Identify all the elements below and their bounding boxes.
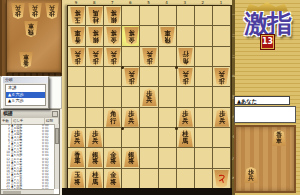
board-square-4b[interactable]: 飛車 bbox=[159, 26, 177, 46]
shogi-piece-銀将[interactable]: 銀将 bbox=[124, 149, 139, 167]
shogi-piece-飛車[interactable]: 飛車 bbox=[160, 27, 175, 45]
board-square-5f[interactable] bbox=[140, 108, 158, 128]
shogi-piece-角行[interactable]: 角行 bbox=[106, 109, 121, 127]
shogi-piece-金将[interactable]: 金将 bbox=[106, 27, 121, 45]
board-square-7e[interactable] bbox=[104, 87, 122, 107]
board-square-1d[interactable]: 歩兵 bbox=[213, 67, 231, 87]
shogi-piece-桂馬[interactable]: 桂馬 bbox=[88, 170, 103, 188]
board-square-2e[interactable] bbox=[195, 87, 213, 107]
shogi-piece-桂馬[interactable]: 桂馬 bbox=[178, 129, 193, 147]
board-square-1f[interactable]: 歩兵 bbox=[213, 108, 231, 128]
kifu-vscroll-thumb[interactable] bbox=[55, 128, 59, 144]
board-square-4e[interactable] bbox=[159, 87, 177, 107]
shogi-piece-歩兵[interactable]: 歩兵 bbox=[124, 68, 139, 86]
kifu-horizontal-scrollbar[interactable] bbox=[1, 189, 54, 194]
kifu-close-icon[interactable] bbox=[52, 111, 58, 117]
board-square-5h[interactable] bbox=[140, 148, 158, 168]
shogi-piece-歩兵[interactable]: 歩兵 bbox=[11, 3, 25, 19]
shogi-piece-歩兵[interactable]: 歩兵 bbox=[142, 88, 157, 106]
kifu-hscroll-thumb[interactable] bbox=[3, 191, 21, 194]
board-square-2b[interactable] bbox=[195, 26, 213, 46]
board-square-9e[interactable] bbox=[68, 87, 86, 107]
hoshi-dot bbox=[175, 127, 178, 130]
board-square-3a[interactable] bbox=[177, 6, 195, 26]
board-square-9b[interactable]: 香車 bbox=[68, 26, 86, 46]
shogi-piece-桂馬[interactable]: 桂馬 bbox=[88, 7, 103, 25]
logo-version-badge: 13 bbox=[260, 34, 275, 50]
board-square-1c[interactable] bbox=[213, 47, 231, 67]
board-square-8b[interactable]: 銀将 bbox=[86, 26, 104, 46]
shogi-app-window: 歩兵歩兵歩兵飛車香車 分岐 本譜▲６六歩▲５六歩 棋譜 手数 指し手 時間 1▲… bbox=[0, 0, 300, 195]
board-square-6c[interactable] bbox=[122, 47, 140, 67]
board-square-7b[interactable]: 金将 bbox=[104, 26, 122, 46]
board-square-2f[interactable] bbox=[195, 108, 213, 128]
shogi-piece-玉将[interactable]: 玉将 bbox=[70, 7, 85, 25]
board-square-3b[interactable] bbox=[177, 26, 195, 46]
board-square-9h[interactable]: 香車 bbox=[68, 148, 86, 168]
board-bottom-edge bbox=[62, 188, 232, 195]
board-square-8h[interactable]: 銀将 bbox=[86, 148, 104, 168]
shogi-piece-香車[interactable]: 香車 bbox=[19, 52, 33, 68]
board-square-4i[interactable] bbox=[159, 169, 177, 189]
board-square-1a[interactable] bbox=[213, 6, 231, 26]
shogi-piece-香車[interactable]: 香車 bbox=[70, 27, 85, 45]
board-square-4h[interactable] bbox=[159, 148, 177, 168]
gote-captured-tray: 歩兵歩兵歩兵飛車香車 bbox=[0, 0, 62, 76]
shogi-piece-歩兵[interactable]: 歩兵 bbox=[214, 68, 229, 86]
gekisashi-logo: 激指 13 bbox=[236, 2, 298, 62]
board-square-8a[interactable]: 桂馬 bbox=[86, 6, 104, 26]
board-square-2a[interactable] bbox=[195, 6, 213, 26]
shogi-piece-歩兵[interactable]: 歩兵 bbox=[178, 68, 193, 86]
board-square-2i[interactable] bbox=[195, 169, 213, 189]
board-area: 987654321 玉将桂馬銀将香車銀将金将金将飛車歩兵歩兵歩兵歩兵角行歩兵歩兵… bbox=[62, 0, 232, 195]
branch-dialog[interactable]: 分岐 本譜▲６六歩▲５六歩 bbox=[2, 76, 49, 109]
sente-player-label: ▲あなた bbox=[234, 96, 290, 105]
board-square-4g[interactable] bbox=[159, 128, 177, 148]
shogi-piece-歩兵[interactable]: 歩兵 bbox=[45, 3, 59, 19]
board-square-4c[interactable] bbox=[159, 47, 177, 67]
board-square-9i[interactable]: 玉将 bbox=[68, 169, 86, 189]
board-square-2c[interactable] bbox=[195, 47, 213, 67]
shogi-piece-歩兵[interactable]: 歩兵 bbox=[178, 109, 193, 127]
shogi-piece-玉将[interactable]: 玉将 bbox=[70, 170, 85, 188]
branch-dialog-item[interactable]: ▲５六歩 bbox=[6, 98, 45, 105]
board-square-4f[interactable] bbox=[159, 108, 177, 128]
logo-crown-icon bbox=[246, 2, 288, 11]
shogi-piece-銀将[interactable]: 銀将 bbox=[106, 7, 121, 25]
board-square-6d[interactable]: 歩兵 bbox=[122, 67, 140, 87]
board-square-3i[interactable] bbox=[177, 169, 195, 189]
shogi-piece-歩兵[interactable]: 歩兵 bbox=[106, 48, 121, 66]
board-square-1b[interactable] bbox=[213, 26, 231, 46]
kifu-title-text: 棋譜 bbox=[3, 111, 13, 116]
shogi-piece-歩兵[interactable]: 歩兵 bbox=[88, 129, 103, 147]
board-square-3d[interactable]: 歩兵 bbox=[177, 67, 195, 87]
shogi-piece-角行[interactable]: 角行 bbox=[178, 48, 193, 66]
board-square-5a[interactable] bbox=[140, 6, 158, 26]
board-square-7g[interactable] bbox=[104, 128, 122, 148]
left-column: 歩兵歩兵歩兵飛車香車 分岐 本譜▲６六歩▲５六歩 棋譜 手数 指し手 時間 1▲… bbox=[0, 0, 62, 195]
shogi-piece-香車[interactable]: 香車 bbox=[272, 130, 286, 146]
board-square-8e[interactable] bbox=[86, 87, 104, 107]
shogi-piece-と[interactable]: と bbox=[214, 170, 229, 188]
board-square-3h[interactable] bbox=[177, 148, 195, 168]
shogi-piece-歩兵[interactable]: 歩兵 bbox=[28, 3, 42, 19]
board-square-4a[interactable] bbox=[159, 6, 177, 26]
board-square-8g[interactable]: 歩兵 bbox=[86, 128, 104, 148]
board-square-6h[interactable]: 銀将 bbox=[122, 148, 140, 168]
board-square-3g[interactable]: 桂馬 bbox=[177, 128, 195, 148]
board-square-5i[interactable] bbox=[140, 169, 158, 189]
shogi-piece-歩兵[interactable]: 歩兵 bbox=[214, 109, 229, 127]
hoshi-dot bbox=[121, 127, 124, 130]
board-square-2g[interactable] bbox=[195, 128, 213, 148]
board-square-7h[interactable]: 金将 bbox=[104, 148, 122, 168]
shogi-piece-歩兵[interactable]: 歩兵 bbox=[244, 167, 258, 183]
board-square-8d[interactable] bbox=[86, 67, 104, 87]
board-square-9a[interactable]: 玉将 bbox=[68, 6, 86, 26]
sente-info-box bbox=[234, 106, 296, 123]
board-square-7a[interactable]: 銀将 bbox=[104, 6, 122, 26]
board-square-7f[interactable]: 角行 bbox=[104, 108, 122, 128]
kifu-window: 棋譜 手数 指し手 時間 1▲７六歩0:002△３四歩0:013▲２六歩0:00… bbox=[0, 109, 60, 195]
board-square-9f[interactable] bbox=[68, 108, 86, 128]
kifu-vertical-scrollbar[interactable] bbox=[54, 124, 59, 189]
board-square-6b[interactable]: 金将 bbox=[122, 26, 140, 46]
shogi-piece-飛車[interactable]: 飛車 bbox=[24, 21, 38, 37]
board-square-6g[interactable] bbox=[122, 128, 140, 148]
hoshi-dot bbox=[121, 66, 124, 69]
board-square-7i[interactable]: 金将 bbox=[104, 169, 122, 189]
shogi-piece-銀将[interactable]: 銀将 bbox=[88, 27, 103, 45]
rank-label-4: 四 bbox=[231, 74, 236, 78]
kifu-move-list[interactable]: 1▲７六歩0:002△３四歩0:013▲２六歩0:004△４四歩0:015▲４八… bbox=[1, 124, 54, 189]
hoshi-dot bbox=[175, 66, 178, 69]
gote-komadai-surface[interactable]: 歩兵歩兵歩兵飛車香車 bbox=[6, 0, 62, 73]
board-square-7c[interactable]: 歩兵 bbox=[104, 47, 122, 67]
board-square-7d[interactable] bbox=[104, 67, 122, 87]
board-square-4d[interactable] bbox=[159, 67, 177, 87]
shogi-piece-歩兵[interactable]: 歩兵 bbox=[88, 48, 103, 66]
board-square-1i[interactable]: と bbox=[213, 169, 231, 189]
board-square-6i[interactable] bbox=[122, 169, 140, 189]
board-square-8c[interactable]: 歩兵 bbox=[86, 47, 104, 67]
analysis-panel-divider bbox=[49, 77, 50, 108]
board-square-2d[interactable] bbox=[195, 67, 213, 87]
shogi-piece-銀将[interactable]: 銀将 bbox=[88, 149, 103, 167]
shogi-piece-香車[interactable]: 香車 bbox=[70, 149, 85, 167]
shogi-piece-金将[interactable]: 金将 bbox=[124, 27, 139, 45]
board-square-9g[interactable]: 歩兵 bbox=[68, 128, 86, 148]
shogi-piece-歩兵[interactable]: 歩兵 bbox=[124, 109, 139, 127]
board-square-5c[interactable]: 歩兵 bbox=[140, 47, 158, 67]
board-square-5d[interactable] bbox=[140, 67, 158, 87]
board-square-1h[interactable] bbox=[213, 148, 231, 168]
board-square-5b[interactable] bbox=[140, 26, 158, 46]
board-square-6a[interactable] bbox=[122, 6, 140, 26]
board-square-9c[interactable]: 歩兵 bbox=[68, 47, 86, 67]
board-square-1g[interactable] bbox=[213, 128, 231, 148]
board-square-2h[interactable] bbox=[195, 148, 213, 168]
kifu-window-title: 棋譜 bbox=[1, 110, 59, 118]
sente-captured-tray[interactable]: 香車歩兵 bbox=[234, 125, 296, 193]
board-square-1e[interactable] bbox=[213, 87, 231, 107]
right-column: 一二三四五六七八九 激指 13 ▲あなた 香車歩兵 bbox=[232, 0, 300, 195]
shogi-board[interactable]: 玉将桂馬銀将香車銀将金将金将飛車歩兵歩兵歩兵歩兵角行歩兵歩兵歩兵歩兵角行歩兵歩兵… bbox=[67, 5, 232, 190]
board-square-9d[interactable] bbox=[68, 67, 86, 87]
board-square-8f[interactable] bbox=[86, 108, 104, 128]
board-square-6e[interactable] bbox=[122, 87, 140, 107]
shogi-piece-金将[interactable]: 金将 bbox=[106, 170, 121, 188]
board-square-5e[interactable]: 歩兵 bbox=[140, 87, 158, 107]
shogi-piece-金将[interactable]: 金将 bbox=[106, 149, 121, 167]
shogi-piece-歩兵[interactable]: 歩兵 bbox=[142, 48, 157, 66]
shogi-piece-歩兵[interactable]: 歩兵 bbox=[70, 48, 85, 66]
board-square-6f[interactable]: 歩兵 bbox=[122, 108, 140, 128]
board-square-8i[interactable]: 桂馬 bbox=[86, 169, 104, 189]
board-square-3e[interactable] bbox=[177, 87, 195, 107]
branch-dialog-title: 分岐 bbox=[3, 77, 48, 83]
board-square-3f[interactable]: 歩兵 bbox=[177, 108, 195, 128]
branch-dialog-list[interactable]: 本譜▲６六歩▲５六歩 bbox=[5, 84, 46, 106]
board-square-5g[interactable] bbox=[140, 128, 158, 148]
shogi-piece-歩兵[interactable]: 歩兵 bbox=[70, 129, 85, 147]
board-square-3c[interactable]: 角行 bbox=[177, 47, 195, 67]
